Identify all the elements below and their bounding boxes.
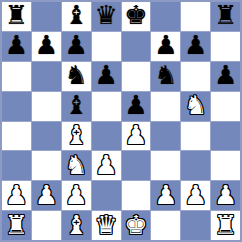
piece-white-pawn[interactable]: ♟	[65, 182, 88, 208]
square-b6[interactable]	[32, 62, 61, 91]
square-a3[interactable]	[2, 151, 31, 180]
piece-black-pawn[interactable]: ♟	[154, 32, 177, 58]
square-g6[interactable]	[181, 62, 210, 91]
square-e1[interactable]: ♚	[122, 211, 151, 240]
square-b4[interactable]	[32, 122, 61, 151]
square-f1[interactable]	[151, 211, 180, 240]
square-h5[interactable]	[211, 92, 240, 121]
square-c1[interactable]: ♝	[62, 211, 91, 240]
piece-black-knight[interactable]: ♞	[154, 62, 177, 88]
square-e8[interactable]: ♚	[122, 2, 151, 31]
piece-white-pawn[interactable]: ♟	[124, 122, 147, 148]
piece-black-rook[interactable]: ♜	[5, 2, 28, 28]
square-e4[interactable]: ♟	[122, 122, 151, 151]
square-d2[interactable]	[92, 181, 121, 210]
piece-white-pawn[interactable]: ♟	[214, 182, 237, 208]
piece-black-pawn[interactable]: ♟	[184, 32, 207, 58]
square-d5[interactable]	[92, 92, 121, 121]
square-f2[interactable]: ♟	[151, 181, 180, 210]
square-c2[interactable]: ♟	[62, 181, 91, 210]
square-b5[interactable]	[32, 92, 61, 121]
chess-diagram: ♜♝♛♚♜♟♟♟♟♟♞♟♞♟♝♟♞♝♟♞♟♟♟♟♟♟♟♜♝♛♚♜	[0, 0, 242, 242]
piece-black-pawn[interactable]: ♟	[214, 62, 237, 88]
square-h8[interactable]: ♜	[211, 2, 240, 31]
piece-white-queen[interactable]: ♛	[94, 212, 117, 238]
square-b1[interactable]	[32, 211, 61, 240]
square-f8[interactable]	[151, 2, 180, 31]
square-g1[interactable]	[181, 211, 210, 240]
square-d4[interactable]	[92, 122, 121, 151]
square-a2[interactable]: ♟	[2, 181, 31, 210]
square-f6[interactable]: ♞	[151, 62, 180, 91]
piece-white-rook[interactable]: ♜	[5, 212, 28, 238]
square-g2[interactable]: ♟	[181, 181, 210, 210]
piece-white-pawn[interactable]: ♟	[5, 182, 28, 208]
square-e7[interactable]	[122, 32, 151, 61]
square-f5[interactable]	[151, 92, 180, 121]
square-d8[interactable]: ♛	[92, 2, 121, 31]
piece-white-bishop[interactable]: ♝	[65, 212, 88, 238]
square-h7[interactable]	[211, 32, 240, 61]
piece-white-pawn[interactable]: ♟	[94, 152, 117, 178]
piece-white-knight[interactable]: ♞	[65, 152, 88, 178]
square-a4[interactable]	[2, 122, 31, 151]
piece-black-pawn[interactable]: ♟	[65, 32, 88, 58]
square-h1[interactable]: ♜	[211, 211, 240, 240]
piece-black-queen[interactable]: ♛	[94, 2, 117, 28]
square-b8[interactable]	[32, 2, 61, 31]
square-a1[interactable]: ♜	[2, 211, 31, 240]
square-d1[interactable]: ♛	[92, 211, 121, 240]
piece-black-bishop[interactable]: ♝	[65, 2, 88, 28]
square-h4[interactable]	[211, 122, 240, 151]
piece-white-pawn[interactable]: ♟	[154, 182, 177, 208]
square-e5[interactable]: ♟	[122, 92, 151, 121]
piece-white-king[interactable]: ♚	[124, 212, 147, 238]
square-h2[interactable]: ♟	[211, 181, 240, 210]
square-b2[interactable]: ♟	[32, 181, 61, 210]
square-d7[interactable]	[92, 32, 121, 61]
piece-black-pawn[interactable]: ♟	[35, 32, 58, 58]
piece-white-bishop[interactable]: ♝	[65, 122, 88, 148]
piece-black-king[interactable]: ♚	[124, 2, 147, 28]
piece-white-pawn[interactable]: ♟	[184, 182, 207, 208]
square-f4[interactable]	[151, 122, 180, 151]
square-a7[interactable]: ♟	[2, 32, 31, 61]
square-e6[interactable]	[122, 62, 151, 91]
piece-white-knight[interactable]: ♞	[184, 92, 207, 118]
square-d3[interactable]: ♟	[92, 151, 121, 180]
square-e3[interactable]	[122, 151, 151, 180]
square-a5[interactable]	[2, 92, 31, 121]
square-g7[interactable]: ♟	[181, 32, 210, 61]
piece-black-pawn[interactable]: ♟	[5, 32, 28, 58]
square-c7[interactable]: ♟	[62, 32, 91, 61]
piece-black-knight[interactable]: ♞	[65, 62, 88, 88]
square-c8[interactable]: ♝	[62, 2, 91, 31]
square-g3[interactable]	[181, 151, 210, 180]
square-b3[interactable]	[32, 151, 61, 180]
piece-white-pawn[interactable]: ♟	[35, 182, 58, 208]
square-h3[interactable]	[211, 151, 240, 180]
piece-black-pawn[interactable]: ♟	[124, 92, 147, 118]
square-b7[interactable]: ♟	[32, 32, 61, 61]
piece-black-rook[interactable]: ♜	[214, 2, 237, 28]
square-g5[interactable]: ♞	[181, 92, 210, 121]
square-e2[interactable]	[122, 181, 151, 210]
square-c4[interactable]: ♝	[62, 122, 91, 151]
square-c5[interactable]: ♝	[62, 92, 91, 121]
square-c3[interactable]: ♞	[62, 151, 91, 180]
square-f3[interactable]	[151, 151, 180, 180]
piece-black-bishop[interactable]: ♝	[65, 92, 88, 118]
square-f7[interactable]: ♟	[151, 32, 180, 61]
square-h6[interactable]: ♟	[211, 62, 240, 91]
square-c6[interactable]: ♞	[62, 62, 91, 91]
square-g4[interactable]	[181, 122, 210, 151]
square-a6[interactable]	[2, 62, 31, 91]
piece-white-rook[interactable]: ♜	[214, 212, 237, 238]
square-a8[interactable]: ♜	[2, 2, 31, 31]
square-d6[interactable]: ♟	[92, 62, 121, 91]
piece-black-pawn[interactable]: ♟	[94, 62, 117, 88]
square-g8[interactable]	[181, 2, 210, 31]
chess-board: ♜♝♛♚♜♟♟♟♟♟♞♟♞♟♝♟♞♝♟♞♟♟♟♟♟♟♟♜♝♛♚♜	[0, 0, 242, 242]
